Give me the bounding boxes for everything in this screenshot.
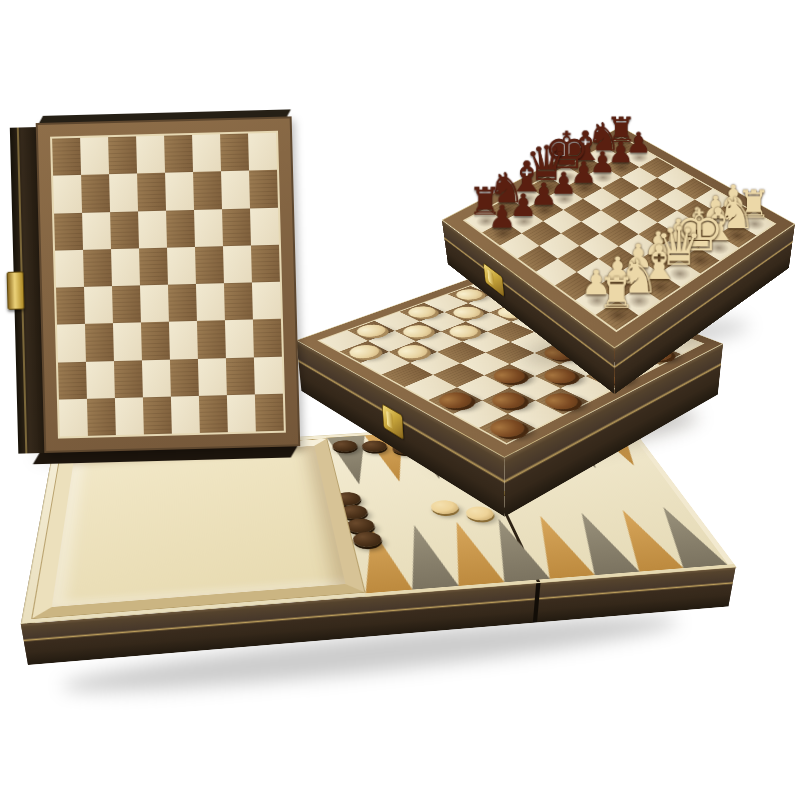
checker-dark bbox=[485, 390, 531, 413]
backgammon-point-tan bbox=[602, 508, 683, 571]
standing-board-square-f5 bbox=[195, 246, 224, 284]
standing-board-square-d8 bbox=[136, 136, 165, 174]
standing-board-square-e6 bbox=[166, 209, 195, 247]
backgammon-point-tan bbox=[520, 514, 595, 578]
standing-board-square-a6 bbox=[54, 212, 83, 250]
backgammon-point-grey bbox=[478, 517, 550, 582]
standing-board-square-b4 bbox=[84, 286, 113, 324]
standing-board-square-f3 bbox=[197, 320, 226, 358]
standing-board-square-a7 bbox=[53, 175, 82, 213]
standing-board-square-h2 bbox=[254, 356, 283, 394]
backgammon-point-tan bbox=[435, 520, 504, 586]
backgammon-point-tan bbox=[350, 527, 413, 594]
standing-board-square-e8 bbox=[164, 135, 193, 173]
chess-piece-black-pawn: ♟ bbox=[461, 201, 542, 232]
standing-board-square-g1 bbox=[227, 394, 256, 432]
standing-board-square-h7 bbox=[249, 170, 278, 208]
standing-board-square-h6 bbox=[250, 207, 279, 245]
brass-latch bbox=[382, 403, 404, 440]
standing-board-square-f4 bbox=[196, 283, 225, 321]
wall-hinge-gap bbox=[533, 583, 541, 623]
standing-board-square-c8 bbox=[108, 136, 137, 174]
backgammon-point-grey bbox=[561, 511, 639, 575]
standing-board-square-b8 bbox=[80, 137, 109, 175]
standing-board-square-a8 bbox=[52, 138, 81, 176]
standing-board-square-c7 bbox=[109, 174, 138, 212]
standing-board-square-e1 bbox=[171, 396, 200, 434]
standing-board-square-e5 bbox=[167, 247, 196, 285]
chessboard-face bbox=[36, 116, 301, 453]
standing-board-square-b6 bbox=[82, 212, 111, 250]
standing-board-square-a1 bbox=[59, 399, 88, 437]
standing-closed-game-box bbox=[10, 116, 301, 455]
standing-board-square-d3 bbox=[141, 322, 170, 360]
product-photo-scene: ♜♞♝♛♚♝♞♜♟♟♟♟♟♟♟♟♟♟♟♟♟♟♟♟♜♞♝♛♚♝♞♜ bbox=[0, 0, 800, 800]
standing-board-square-g2 bbox=[226, 357, 255, 395]
standing-board-square-a3 bbox=[57, 324, 86, 362]
standing-board-square-b2 bbox=[86, 361, 115, 399]
checker-dark bbox=[539, 390, 585, 413]
standing-board-square-b5 bbox=[83, 249, 112, 287]
standing-board-square-d2 bbox=[142, 359, 171, 397]
standing-board-square-f1 bbox=[199, 395, 228, 433]
standing-board-square-g4 bbox=[224, 282, 253, 320]
standing-board-square-g8 bbox=[220, 134, 249, 172]
standing-board-square-b7 bbox=[81, 174, 110, 212]
standing-board-square-d4 bbox=[140, 285, 169, 323]
standing-board-square-h1 bbox=[255, 393, 284, 431]
standing-board-square-c6 bbox=[110, 211, 139, 249]
standing-board-square-h5 bbox=[251, 244, 280, 282]
checker-dark bbox=[487, 365, 531, 386]
standing-board-square-f7 bbox=[193, 171, 222, 209]
standing-board-square-c4 bbox=[112, 285, 141, 323]
standing-board-square-h3 bbox=[253, 319, 282, 357]
standing-board-square-d1 bbox=[143, 396, 172, 434]
standing-board-square-d6 bbox=[138, 210, 167, 248]
standing-board-square-e4 bbox=[168, 284, 197, 322]
standing-board-square-d7 bbox=[137, 173, 166, 211]
standing-board-square-h8 bbox=[248, 133, 277, 171]
standing-board-square-e7 bbox=[165, 172, 194, 210]
backgammon-point-grey bbox=[393, 523, 459, 589]
standing-board-square-f2 bbox=[198, 358, 227, 396]
storage-tray bbox=[32, 439, 364, 619]
standing-board-square-d5 bbox=[139, 247, 168, 285]
standing-board-grid bbox=[52, 133, 284, 437]
standing-board-square-a4 bbox=[56, 287, 85, 325]
backgammon-checker-dark bbox=[339, 504, 370, 520]
standing-board-square-f6 bbox=[194, 209, 223, 247]
standing-board-square-e2 bbox=[170, 358, 199, 396]
checker-dark bbox=[538, 366, 582, 387]
standing-board-square-g3 bbox=[225, 320, 254, 358]
backgammon-checker-dark bbox=[345, 518, 376, 534]
standing-board-square-c2 bbox=[114, 360, 143, 398]
standing-board-square-g6 bbox=[222, 208, 251, 246]
standing-board-square-a5 bbox=[55, 250, 84, 288]
standing-board-square-f8 bbox=[192, 134, 221, 172]
backgammon-checker-light bbox=[429, 499, 461, 514]
chess-piece-white-rook: ♜ bbox=[572, 272, 662, 315]
standing-board-square-b1 bbox=[87, 398, 116, 436]
backgammon-checker-dark bbox=[351, 531, 383, 548]
standing-board-square-e3 bbox=[169, 321, 198, 359]
standing-board-square-c3 bbox=[113, 323, 142, 361]
standing-board-square-c1 bbox=[115, 397, 144, 435]
standing-board-square-h4 bbox=[252, 282, 281, 320]
standing-board-square-b3 bbox=[85, 323, 114, 361]
standing-board-square-a2 bbox=[58, 361, 87, 399]
standing-board-square-g7 bbox=[221, 171, 250, 209]
checker-dark bbox=[432, 389, 478, 412]
brass-latch bbox=[7, 271, 25, 309]
standing-board-square-g5 bbox=[223, 245, 252, 283]
standing-board-square-c5 bbox=[111, 248, 140, 286]
brass-latch bbox=[483, 262, 504, 297]
